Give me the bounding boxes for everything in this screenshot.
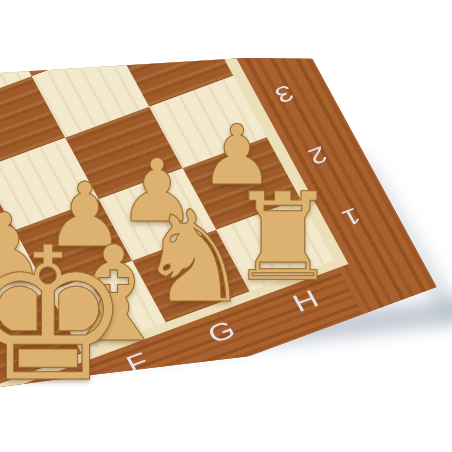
- white-king-e1[interactable]: ♚: [0, 223, 198, 408]
- chessboard-photo: FGH123 ♟♟♟♜♟♞♝♚: [0, 0, 452, 452]
- pieces-layer: ♟♟♟♜♟♞♝♚: [0, 0, 452, 452]
